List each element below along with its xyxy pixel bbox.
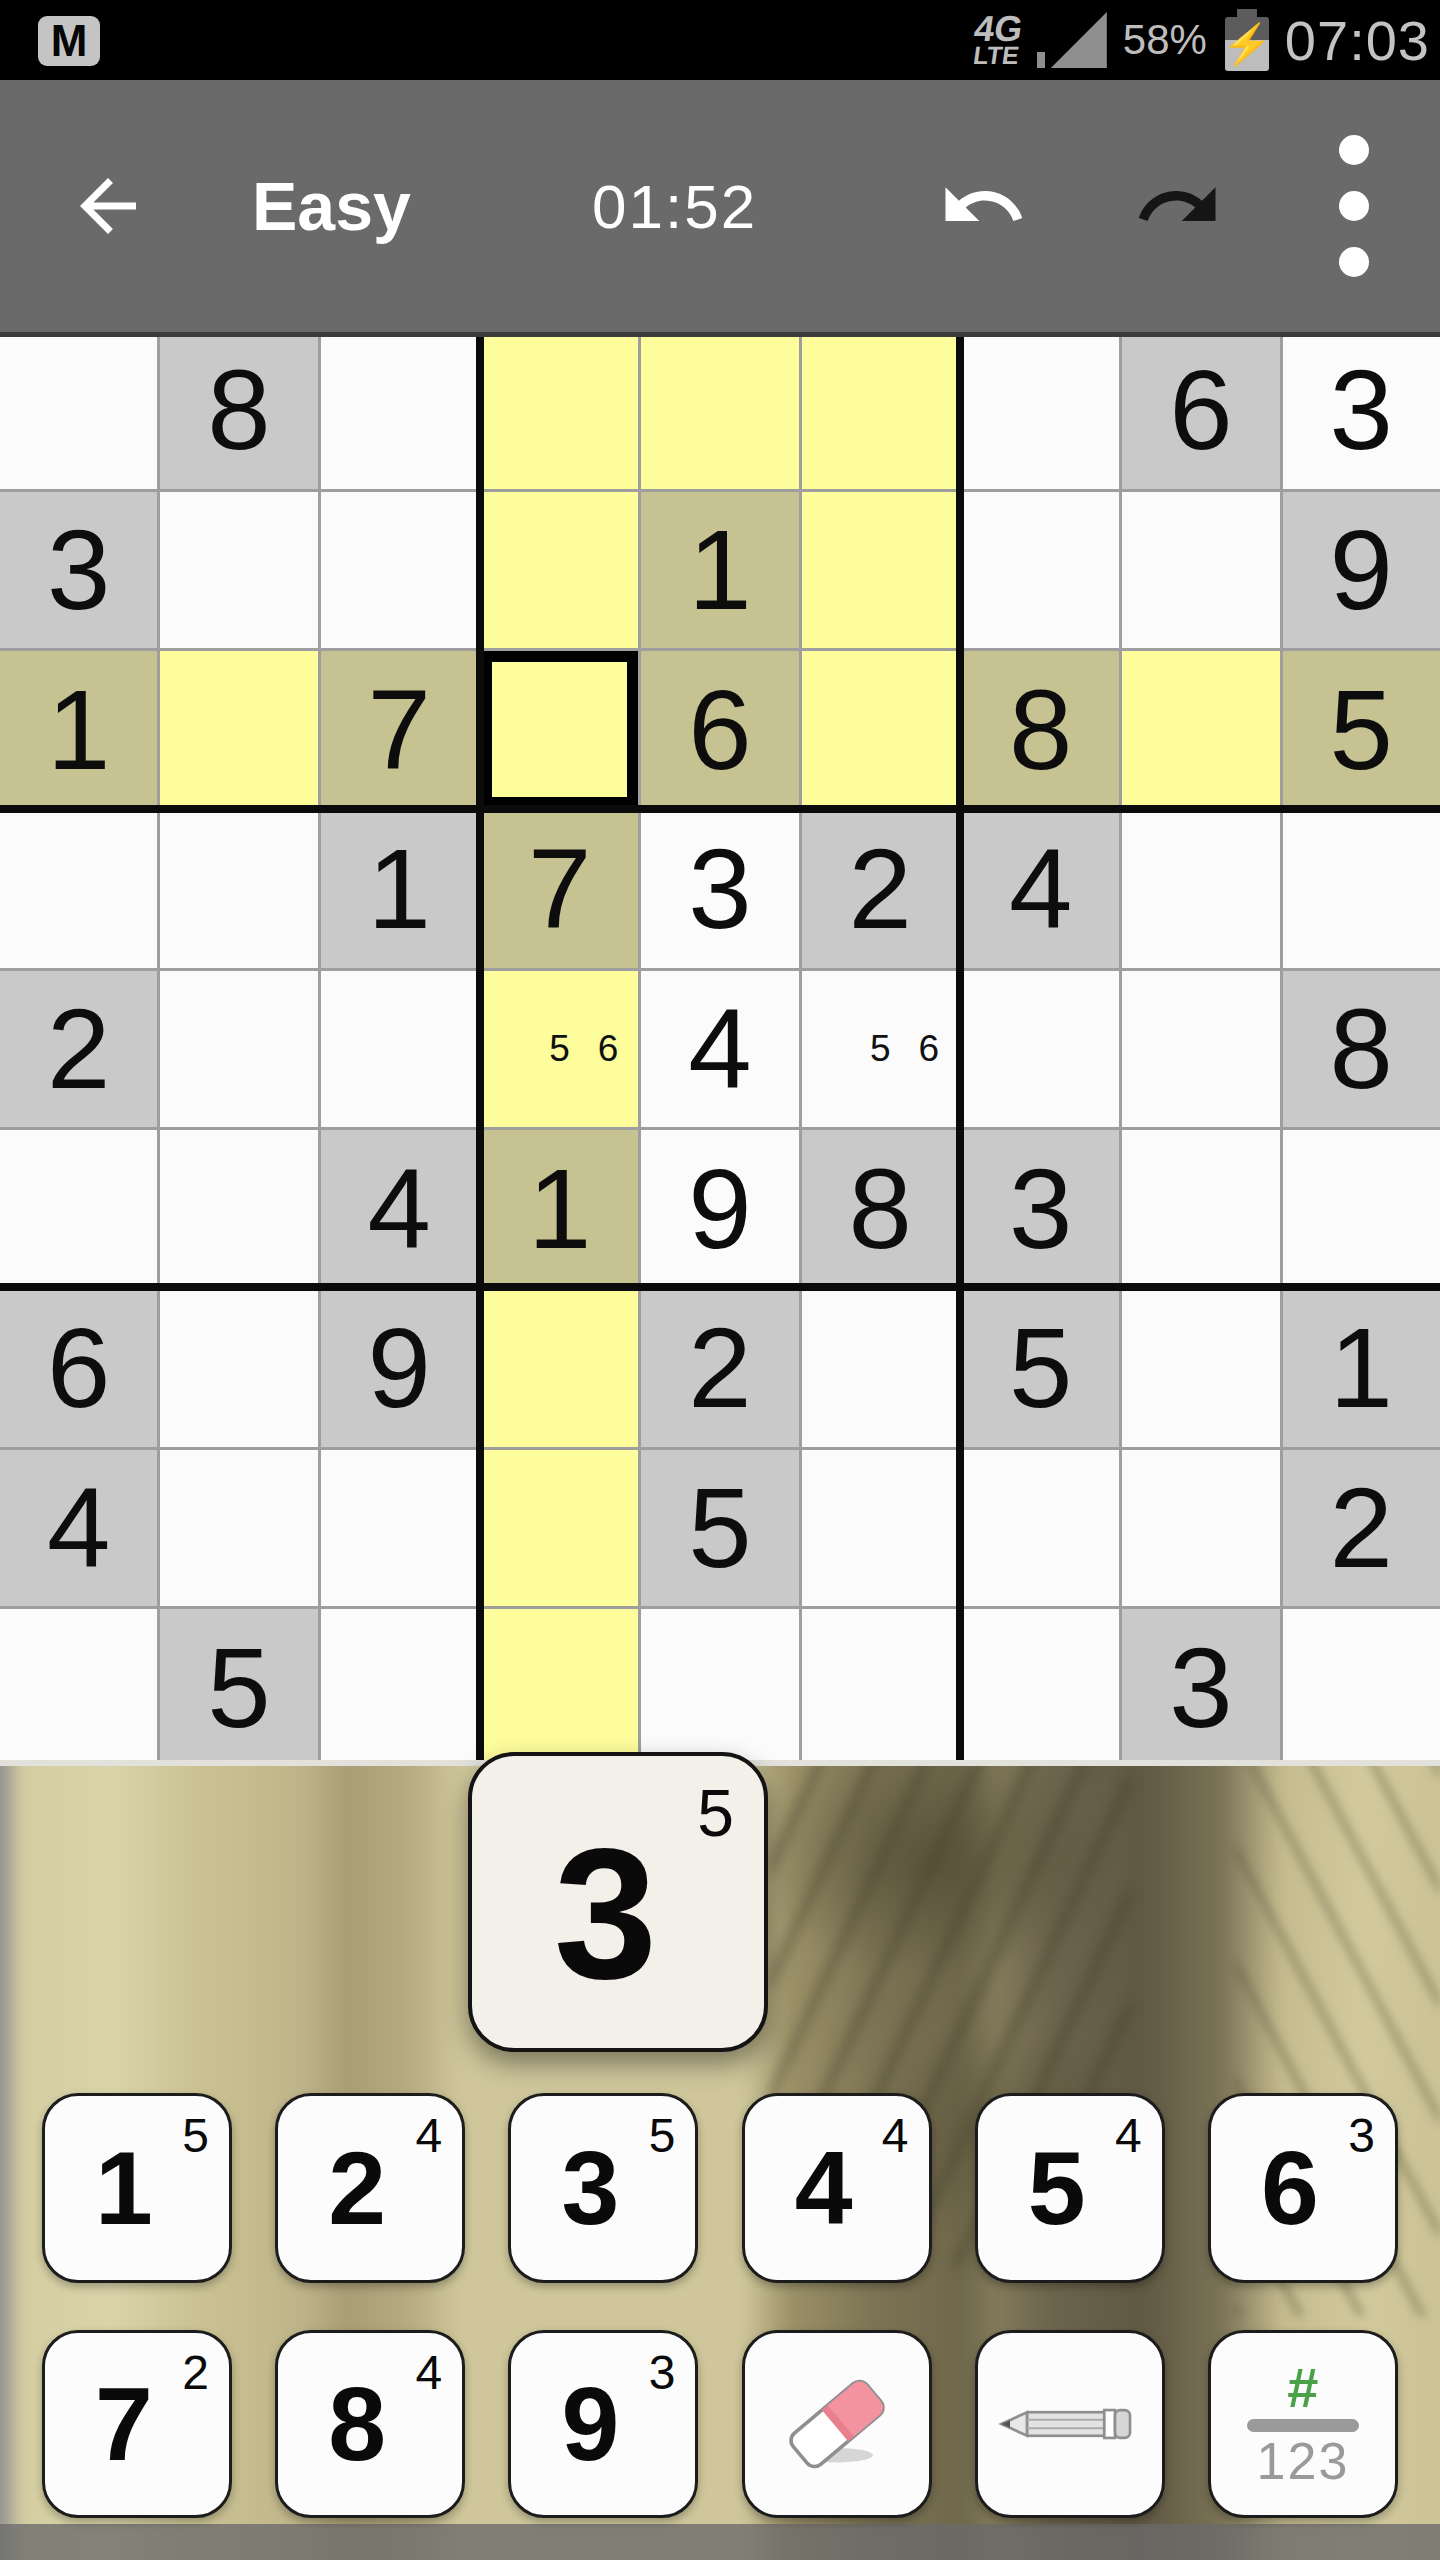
cell-r7c9[interactable]: 1	[1283, 1290, 1440, 1447]
cell-r8c2[interactable]	[160, 1450, 317, 1607]
keypad-row-1: 152435445463	[0, 2093, 1440, 2283]
cell-r3c2[interactable]	[160, 651, 317, 808]
cell-r2c1[interactable]: 3	[0, 492, 157, 649]
keypad-digit-label: 5	[1028, 2136, 1086, 2240]
sudoku-board: 86331917685173242564568419836925145253	[0, 332, 1440, 1766]
cell-r9c8[interactable]: 3	[1122, 1609, 1279, 1766]
keypad-row-2: 728493 #	[0, 2330, 1440, 2518]
status-bar: M 4G LTE 58% ⚡ 07:03	[0, 0, 1440, 80]
given-digit: 5	[207, 1631, 270, 1745]
cell-r6c2[interactable]	[160, 1130, 317, 1287]
keypad-digit-4[interactable]: 44	[742, 2093, 932, 2283]
box-line-top	[0, 332, 1440, 337]
given-digit: 1	[368, 832, 431, 946]
gmail-notification-icon: M	[38, 16, 100, 66]
given-digit: 5	[1330, 673, 1393, 787]
cell-r7c4[interactable]	[481, 1290, 638, 1447]
box-line-h2	[0, 1283, 1440, 1291]
clock-time: 07:03	[1285, 8, 1430, 73]
keypad-digit-7[interactable]: 72	[42, 2330, 232, 2518]
cell-r1c9[interactable]: 3	[1283, 332, 1440, 489]
cell-r8c5[interactable]: 5	[641, 1450, 798, 1607]
nav-bar-strip	[0, 2524, 1440, 2560]
cell-r7c5[interactable]: 2	[641, 1290, 798, 1447]
cell-r1c1[interactable]	[0, 332, 157, 489]
cell-r6c8[interactable]	[1122, 1130, 1279, 1287]
hash-icon: #	[1287, 2363, 1318, 2413]
redo-icon[interactable]	[1133, 161, 1223, 251]
cell-r5c2[interactable]	[160, 971, 317, 1128]
given-digit: 4	[368, 1152, 431, 1266]
given-digit: 9	[1330, 513, 1393, 627]
box-line-v2	[956, 332, 964, 1766]
given-digit: 3	[47, 513, 110, 627]
cell-r2c8[interactable]	[1122, 492, 1279, 649]
user-digit: 3	[1330, 353, 1393, 467]
cell-r4c3[interactable]: 1	[321, 811, 478, 968]
given-digit: 1	[688, 513, 751, 627]
divider-bar	[1247, 2419, 1359, 2432]
undo-icon[interactable]	[938, 161, 1028, 251]
cell-r9c4[interactable]	[481, 1609, 638, 1766]
cell-r4c2[interactable]	[160, 811, 317, 968]
cell-r3c3[interactable]: 7	[321, 651, 478, 808]
cell-r5c3[interactable]	[321, 971, 478, 1128]
cell-r9c1[interactable]	[0, 1609, 157, 1766]
keypad-digit-label: 3	[561, 2136, 619, 2240]
cell-r6c4[interactable]: 1	[481, 1130, 638, 1287]
keypad-digit-label: 7	[95, 2372, 153, 2476]
given-digit: 2	[1330, 1471, 1393, 1585]
back-arrow-icon[interactable]	[66, 164, 150, 248]
cell-r3c9[interactable]: 5	[1283, 651, 1440, 808]
cell-r4c9[interactable]	[1283, 811, 1440, 968]
given-digit: 2	[47, 992, 110, 1106]
lightning-bolt-icon: ⚡	[1225, 17, 1269, 71]
cell-r2c5[interactable]: 1	[641, 492, 798, 649]
keypad-digit-label: 8	[328, 2372, 386, 2476]
sudoku-app-screen: M 4G LTE 58% ⚡ 07:03 Easy 01:52	[0, 0, 1440, 2560]
keypad-digit-count: 4	[882, 2112, 909, 2160]
cell-r7c1[interactable]: 6	[0, 1290, 157, 1447]
cell-r5c7[interactable]	[962, 971, 1119, 1128]
cell-r8c1[interactable]: 4	[0, 1450, 157, 1607]
cell-r4c7[interactable]: 4	[962, 811, 1119, 968]
user-digit: 3	[688, 832, 751, 946]
cell-r5c8[interactable]	[1122, 971, 1279, 1128]
keypad-digit-count: 5	[182, 2112, 209, 2160]
overflow-menu-icon[interactable]	[1336, 131, 1372, 281]
cell-r1c5[interactable]	[641, 332, 798, 489]
box-line-h1	[0, 805, 1440, 813]
cell-r1c8[interactable]: 6	[1122, 332, 1279, 489]
pencil-marks: 56	[808, 977, 953, 1122]
given-digit: 7	[528, 832, 591, 946]
difficulty-title: Easy	[252, 167, 411, 245]
cell-r9c9[interactable]	[1283, 1609, 1440, 1766]
number-mode-icon: # 123	[1247, 2363, 1359, 2485]
keypad-digit-8[interactable]: 84	[275, 2330, 465, 2518]
cell-r8c6[interactable]	[802, 1450, 959, 1607]
cell-r5c6[interactable]: 56	[802, 971, 959, 1128]
keypad-digit-9[interactable]: 93	[508, 2330, 698, 2518]
given-digit: 1	[1330, 1311, 1393, 1425]
given-digit: 4	[1009, 832, 1072, 946]
battery-charging-icon: ⚡	[1225, 9, 1269, 71]
cell-r9c5[interactable]	[641, 1609, 798, 1766]
pencil-icon	[995, 2384, 1145, 2464]
given-digit: 9	[368, 1311, 431, 1425]
cell-r7c8[interactable]	[1122, 1290, 1279, 1447]
keypad-digit-count: 4	[1115, 2112, 1142, 2160]
app-toolbar: Easy 01:52	[0, 80, 1440, 332]
cell-r2c6[interactable]	[802, 492, 959, 649]
cell-r9c6[interactable]	[802, 1609, 959, 1766]
cell-r2c9[interactable]: 9	[1283, 492, 1440, 649]
cell-r3c4[interactable]	[481, 651, 638, 808]
cell-r5c1[interactable]: 2	[0, 971, 157, 1128]
given-digit: 2	[688, 1311, 751, 1425]
keypad-digit-1[interactable]: 15	[42, 2093, 232, 2283]
cell-r3c7[interactable]: 8	[962, 651, 1119, 808]
cell-r1c6[interactable]	[802, 332, 959, 489]
keypad-digit-label: 1	[95, 2136, 153, 2240]
cell-r2c7[interactable]	[962, 492, 1119, 649]
cell-r9c2[interactable]: 5	[160, 1609, 317, 1766]
cell-r8c7[interactable]	[962, 1450, 1119, 1607]
cell-r7c2[interactable]	[160, 1290, 317, 1447]
keypad-digit-label: 2	[328, 2136, 386, 2240]
number-mode-button[interactable]: # 123	[1208, 2330, 1398, 2518]
cell-r6c9[interactable]	[1283, 1130, 1440, 1287]
cell-r4c1[interactable]	[0, 811, 157, 968]
cell-r4c6[interactable]: 2	[802, 811, 959, 968]
selected-digit-popup: 3 5	[468, 1752, 768, 2052]
gmail-m-glyph: M	[51, 19, 88, 63]
given-digit: 7	[368, 673, 431, 787]
cell-r6c3[interactable]: 4	[321, 1130, 478, 1287]
cell-r3c1[interactable]: 1	[0, 651, 157, 808]
battery-percent: 58%	[1123, 16, 1207, 64]
cell-r1c4[interactable]	[481, 332, 638, 489]
given-digit: 1	[47, 673, 110, 787]
keypad-digit-count: 3	[649, 2349, 676, 2397]
pencil-marks: 56	[487, 977, 632, 1122]
given-digit: 8	[1009, 673, 1072, 787]
signal-strength-icon	[1037, 12, 1107, 68]
given-digit: 6	[47, 1311, 110, 1425]
cell-r6c1[interactable]	[0, 1130, 157, 1287]
cell-r8c4[interactable]	[481, 1450, 638, 1607]
cell-r6c5[interactable]: 9	[641, 1130, 798, 1287]
given-digit: 3	[1009, 1152, 1072, 1266]
network-4glte-icon: 4G LTE	[969, 14, 1024, 66]
cell-r1c3[interactable]	[321, 332, 478, 489]
given-digit: 8	[849, 1152, 912, 1266]
keypad-digit-count: 4	[415, 2349, 442, 2397]
keypad-digit-label: 9	[561, 2372, 619, 2476]
cell-r4c8[interactable]	[1122, 811, 1279, 968]
given-digit: 8	[1330, 992, 1393, 1106]
cell-r3c6[interactable]	[802, 651, 959, 808]
keypad-digit-5[interactable]: 54	[975, 2093, 1165, 2283]
cell-r9c3[interactable]	[321, 1609, 478, 1766]
cell-r8c9[interactable]: 2	[1283, 1450, 1440, 1607]
given-digit: 8	[207, 353, 270, 467]
popup-count: 5	[697, 1780, 734, 1846]
keypad-digit-label: 6	[1261, 2136, 1319, 2240]
cell-r5c4[interactable]: 56	[481, 971, 638, 1128]
cell-r5c5[interactable]: 4	[641, 971, 798, 1128]
cell-r6c7[interactable]: 3	[962, 1130, 1119, 1287]
cell-r7c3[interactable]: 9	[321, 1290, 478, 1447]
eraser-icon	[777, 2364, 897, 2484]
given-digit: 5	[688, 1471, 751, 1585]
pencil-mode-button[interactable]	[975, 2330, 1165, 2518]
keypad-digit-6[interactable]: 63	[1208, 2093, 1398, 2283]
cell-r6c6[interactable]: 8	[802, 1130, 959, 1287]
popup-digit: 3	[554, 1821, 657, 2007]
box-line-v1	[476, 332, 484, 1766]
cell-r1c2[interactable]: 8	[160, 332, 317, 489]
cell-r9c7[interactable]	[962, 1609, 1119, 1766]
keypad-digit-count: 5	[649, 2112, 676, 2160]
cell-r3c5[interactable]: 6	[641, 651, 798, 808]
cell-r4c5[interactable]: 3	[641, 811, 798, 968]
cell-r1c7[interactable]	[962, 332, 1119, 489]
cell-r2c4[interactable]	[481, 492, 638, 649]
given-digit: 3	[1169, 1631, 1232, 1745]
given-digit: 2	[849, 832, 912, 946]
given-digit: 4	[47, 1471, 110, 1585]
keypad-digit-count: 4	[415, 2112, 442, 2160]
keypad-digit-3[interactable]: 35	[508, 2093, 698, 2283]
keypad-digit-2[interactable]: 24	[275, 2093, 465, 2283]
keypad-digit-label: 4	[795, 2136, 853, 2240]
user-digit: 4	[688, 992, 751, 1106]
cell-r7c6[interactable]	[802, 1290, 959, 1447]
keypad-digit-count: 2	[182, 2349, 209, 2397]
given-digit: 5	[1009, 1311, 1072, 1425]
cell-r3c8[interactable]	[1122, 651, 1279, 808]
cell-r2c2[interactable]	[160, 492, 317, 649]
cell-r7c7[interactable]: 5	[962, 1290, 1119, 1447]
cell-r8c3[interactable]	[321, 1450, 478, 1607]
cell-r4c4[interactable]: 7	[481, 811, 638, 968]
cell-r8c8[interactable]	[1122, 1450, 1279, 1607]
cell-r2c3[interactable]	[321, 492, 478, 649]
cell-r5c9[interactable]: 8	[1283, 971, 1440, 1128]
given-digit: 6	[688, 673, 751, 787]
given-digit: 1	[528, 1152, 591, 1266]
eraser-button[interactable]	[742, 2330, 932, 2518]
keypad-digit-count: 3	[1348, 2112, 1375, 2160]
user-digit: 9	[688, 1152, 751, 1266]
game-timer: 01:52	[592, 171, 757, 242]
given-digit: 6	[1169, 353, 1232, 467]
